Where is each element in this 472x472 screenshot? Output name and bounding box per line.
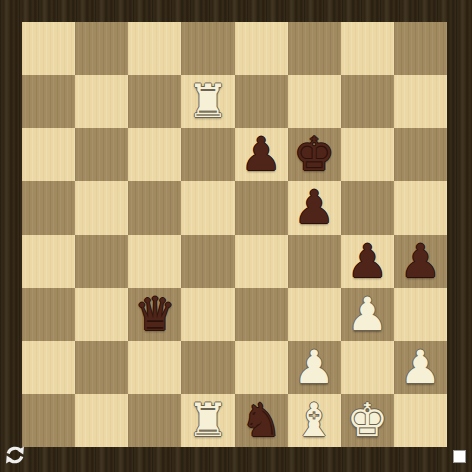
square-f8[interactable]	[288, 22, 341, 75]
square-h6[interactable]	[394, 128, 447, 181]
square-h5[interactable]	[394, 181, 447, 234]
flip-board-button[interactable]	[3, 443, 27, 467]
square-g2[interactable]	[341, 341, 394, 394]
square-a2[interactable]	[22, 341, 75, 394]
square-g1[interactable]: ♚	[341, 394, 394, 447]
square-d8[interactable]	[181, 22, 234, 75]
square-d5[interactable]	[181, 181, 234, 234]
square-d3[interactable]	[181, 288, 234, 341]
square-e6[interactable]: ♟	[235, 128, 288, 181]
square-h2[interactable]: ♟	[394, 341, 447, 394]
square-g3[interactable]: ♟	[341, 288, 394, 341]
square-b6[interactable]	[75, 128, 128, 181]
square-c3[interactable]: ♛	[128, 288, 181, 341]
square-b5[interactable]	[75, 181, 128, 234]
piece-white-rook[interactable]: ♜	[187, 394, 228, 447]
square-e3[interactable]	[235, 288, 288, 341]
square-d4[interactable]	[181, 235, 234, 288]
square-g7[interactable]	[341, 75, 394, 128]
board-frame: ♜♟♚♟♟♟♛♟♟♟♜♞♝♚	[0, 0, 472, 472]
square-c6[interactable]	[128, 128, 181, 181]
square-d6[interactable]	[181, 128, 234, 181]
piece-black-pawn[interactable]: ♟	[400, 235, 441, 288]
square-g4[interactable]: ♟	[341, 235, 394, 288]
square-f3[interactable]	[288, 288, 341, 341]
square-b7[interactable]	[75, 75, 128, 128]
board: ♜♟♚♟♟♟♛♟♟♟♜♞♝♚	[22, 22, 447, 447]
square-e5[interactable]	[235, 181, 288, 234]
piece-white-rook[interactable]: ♜	[187, 75, 228, 128]
square-a3[interactable]	[22, 288, 75, 341]
square-e7[interactable]	[235, 75, 288, 128]
square-b8[interactable]	[75, 22, 128, 75]
square-f4[interactable]	[288, 235, 341, 288]
square-h8[interactable]	[394, 22, 447, 75]
square-a8[interactable]	[22, 22, 75, 75]
square-b2[interactable]	[75, 341, 128, 394]
piece-white-pawn[interactable]: ♟	[347, 288, 388, 341]
piece-white-bishop[interactable]: ♝	[294, 394, 335, 447]
piece-black-king[interactable]: ♚	[294, 128, 335, 181]
square-f2[interactable]: ♟	[288, 341, 341, 394]
square-d7[interactable]: ♜	[181, 75, 234, 128]
piece-black-pawn[interactable]: ♟	[347, 235, 388, 288]
piece-white-pawn[interactable]: ♟	[400, 341, 441, 394]
square-f7[interactable]	[288, 75, 341, 128]
square-h4[interactable]: ♟	[394, 235, 447, 288]
square-h7[interactable]	[394, 75, 447, 128]
square-e4[interactable]	[235, 235, 288, 288]
square-a5[interactable]	[22, 181, 75, 234]
square-e1[interactable]: ♞	[235, 394, 288, 447]
piece-black-pawn[interactable]: ♟	[294, 181, 335, 234]
square-a6[interactable]	[22, 128, 75, 181]
square-d1[interactable]: ♜	[181, 394, 234, 447]
piece-white-king[interactable]: ♚	[347, 394, 388, 447]
piece-black-pawn[interactable]: ♟	[240, 128, 281, 181]
square-c4[interactable]	[128, 235, 181, 288]
square-c2[interactable]	[128, 341, 181, 394]
side-to-move-indicator	[453, 450, 466, 463]
square-b4[interactable]	[75, 235, 128, 288]
square-f1[interactable]: ♝	[288, 394, 341, 447]
square-f5[interactable]: ♟	[288, 181, 341, 234]
square-a4[interactable]	[22, 235, 75, 288]
square-b3[interactable]	[75, 288, 128, 341]
flip-board-icon	[3, 443, 27, 467]
square-f6[interactable]: ♚	[288, 128, 341, 181]
square-c5[interactable]	[128, 181, 181, 234]
square-e8[interactable]	[235, 22, 288, 75]
square-g5[interactable]	[341, 181, 394, 234]
square-b1[interactable]	[75, 394, 128, 447]
square-d2[interactable]	[181, 341, 234, 394]
piece-white-pawn[interactable]: ♟	[294, 341, 335, 394]
square-h1[interactable]	[394, 394, 447, 447]
square-h3[interactable]	[394, 288, 447, 341]
piece-black-queen[interactable]: ♛	[134, 288, 175, 341]
square-e2[interactable]	[235, 341, 288, 394]
square-c1[interactable]	[128, 394, 181, 447]
square-g8[interactable]	[341, 22, 394, 75]
square-a7[interactable]	[22, 75, 75, 128]
square-a1[interactable]	[22, 394, 75, 447]
square-c7[interactable]	[128, 75, 181, 128]
square-g6[interactable]	[341, 128, 394, 181]
square-c8[interactable]	[128, 22, 181, 75]
piece-black-knight[interactable]: ♞	[240, 394, 281, 447]
